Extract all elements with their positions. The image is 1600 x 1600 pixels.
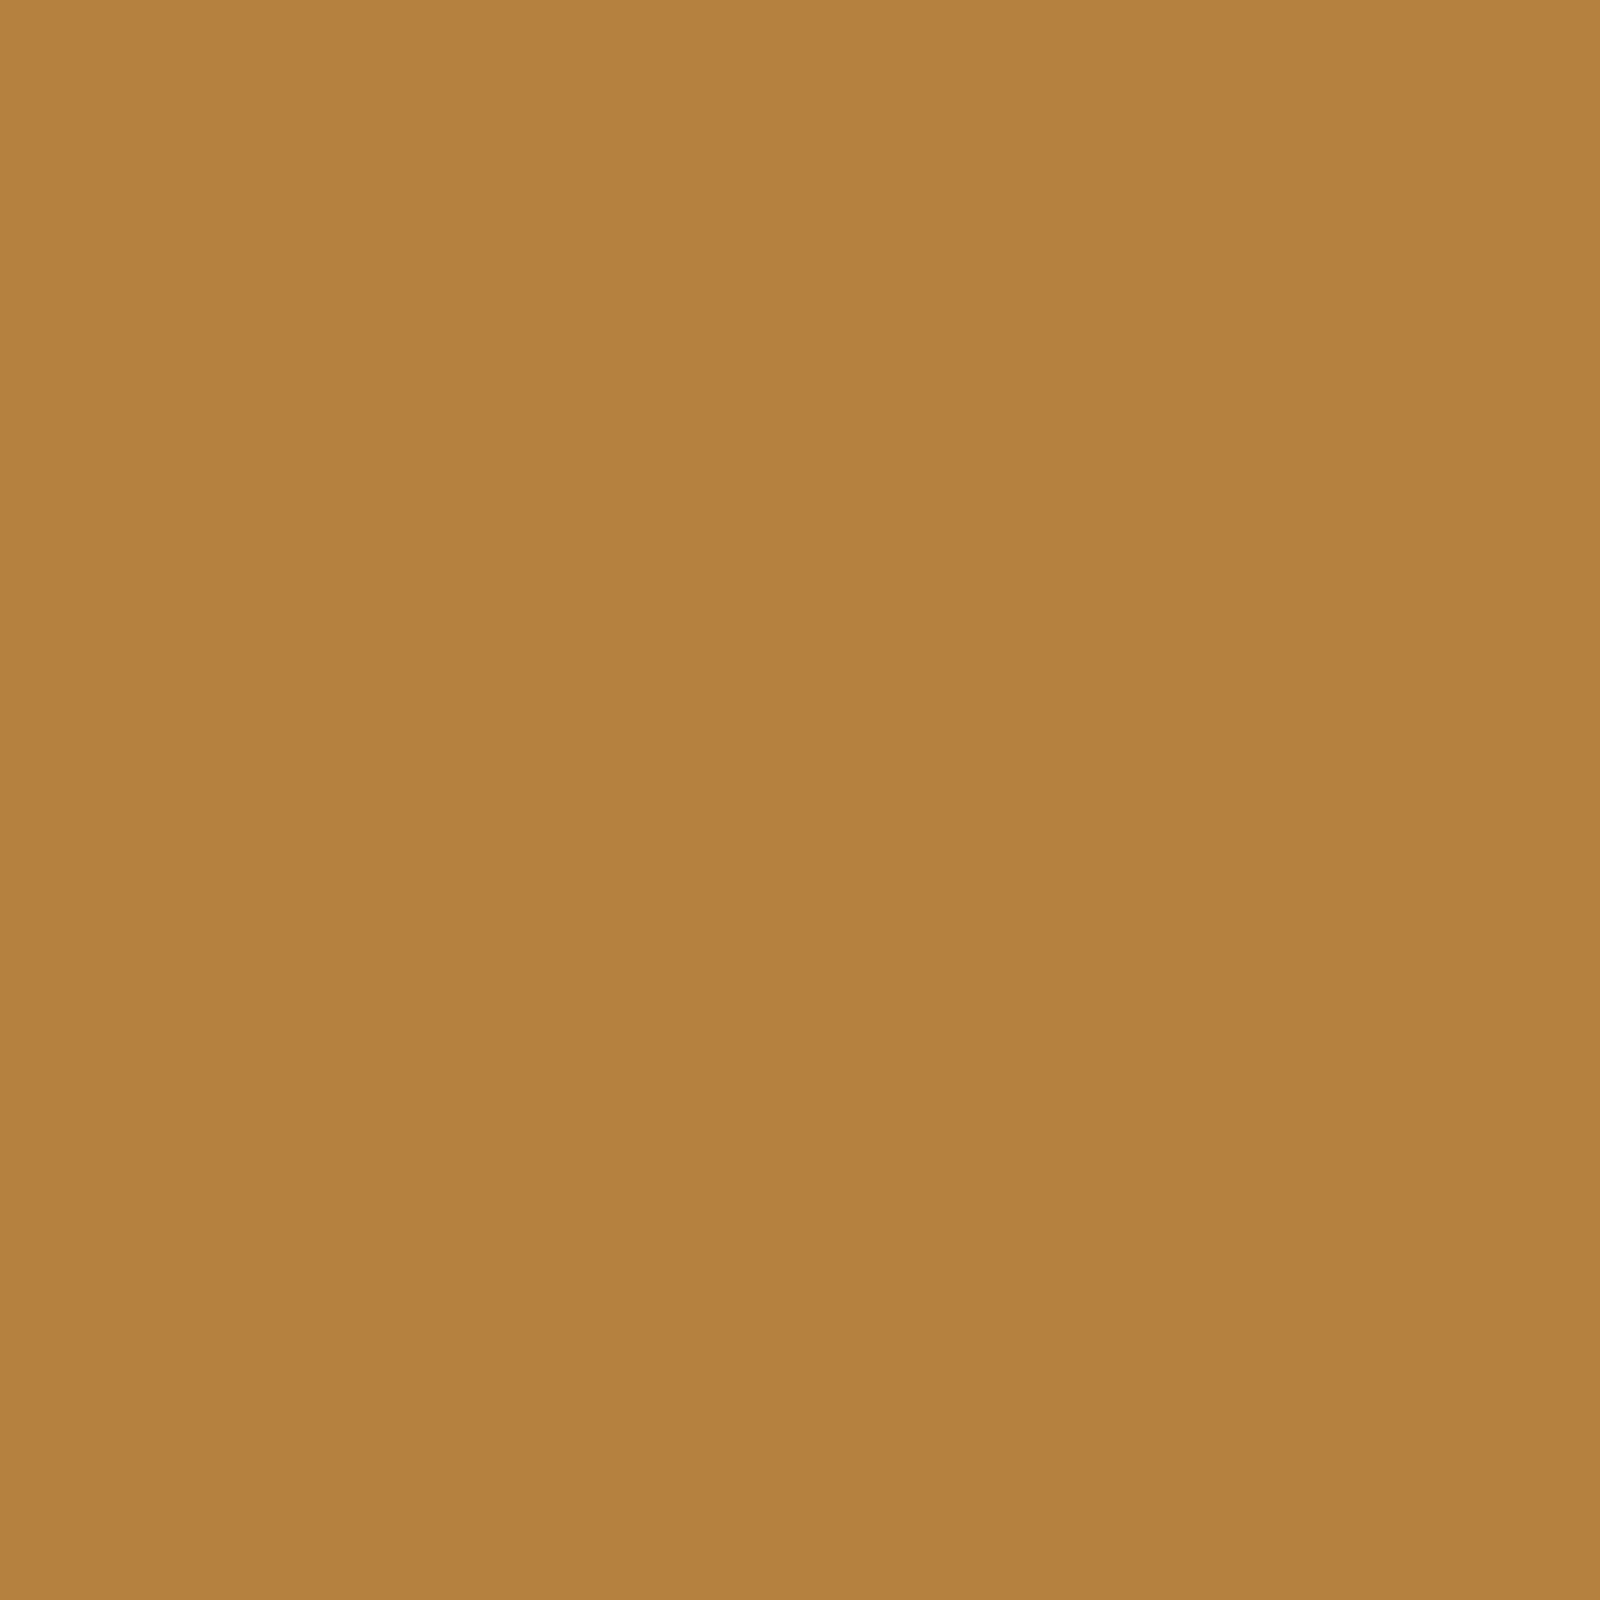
scene-svg bbox=[0, 0, 1600, 1600]
photo-scene bbox=[0, 0, 1600, 1600]
